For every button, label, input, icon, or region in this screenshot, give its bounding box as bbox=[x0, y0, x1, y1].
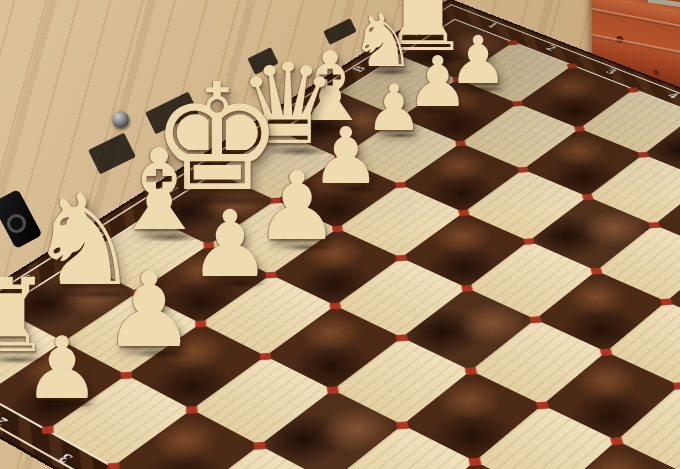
metal-knob bbox=[112, 111, 129, 128]
rank-label-bottom-3: 3 bbox=[55, 450, 78, 465]
file-label-a: A bbox=[406, 28, 426, 38]
file-label-f: F bbox=[91, 227, 112, 239]
file-label-e: E bbox=[160, 183, 181, 194]
file-label-d: D bbox=[226, 141, 248, 152]
file-label-g: G bbox=[16, 272, 40, 286]
rank-label-top-3: 3 bbox=[603, 66, 619, 76]
file-label-c: C bbox=[289, 102, 310, 113]
file-label-b: B bbox=[349, 64, 369, 74]
clasp-ring bbox=[7, 214, 26, 233]
rank-label-top-4: 4 bbox=[665, 90, 680, 100]
box-lid-seam bbox=[592, 8, 680, 40]
rank-label-top-2: 2 bbox=[543, 43, 559, 52]
rank-label-top-1: 1 bbox=[485, 21, 501, 30]
chessboard-photo-scene: ABCDEFGH1234567812345678 ♜♞♝♛♚♝♞♜♟♟♟♟♟♟♟… bbox=[0, 0, 680, 469]
rank-label-bottom-2: 2 bbox=[0, 414, 13, 428]
